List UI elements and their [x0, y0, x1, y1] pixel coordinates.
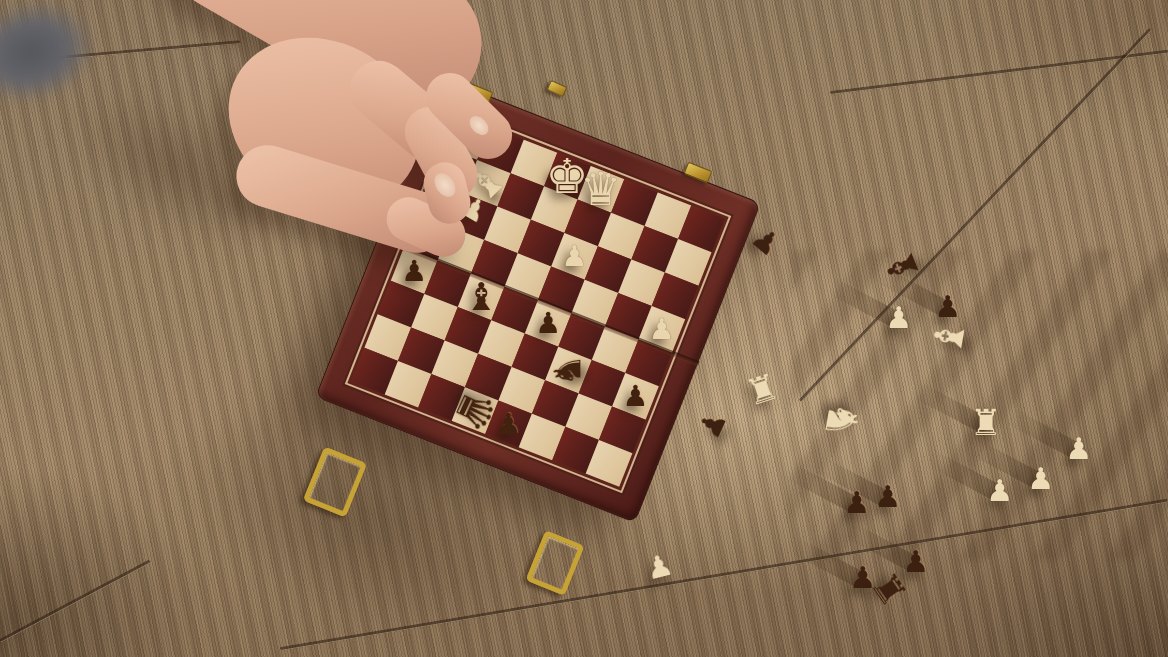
white-queen-e8[interactable]: ♛ — [572, 161, 629, 218]
captured-black-pawn-lying[interactable]: ♟ — [687, 399, 737, 449]
captured-white-knight-lying[interactable]: ♞ — [817, 395, 867, 445]
pawn-glyph: ♟ — [744, 219, 787, 263]
pawn-glyph: ♟ — [875, 479, 902, 514]
queen-glyph: ♛ — [580, 162, 621, 216]
captured-black-bishop-lying[interactable]: ♝ — [877, 242, 927, 292]
bishop-glyph: ♝ — [464, 275, 498, 319]
pawn-glyph: ♟ — [886, 300, 913, 335]
captured-white-pawn-lying[interactable]: ♟ — [634, 541, 684, 591]
pawn-glyph: ♟ — [622, 379, 648, 413]
pawn-glyph: ♟ — [649, 312, 675, 346]
captured-white-pawn[interactable]: ♟ — [975, 465, 1025, 515]
captured-black-rook-lying[interactable]: ♜ — [864, 564, 914, 614]
bishop-glyph: ♝ — [923, 315, 975, 358]
pawn-glyph: ♟ — [496, 407, 522, 441]
pawn-glyph: ♟ — [401, 254, 427, 288]
pawn-glyph: ♟ — [1066, 431, 1093, 466]
captured-white-bishop-lying[interactable]: ♝ — [924, 312, 974, 362]
pawn-glyph: ♟ — [1028, 461, 1055, 496]
pawn-glyph: ♟ — [642, 546, 677, 586]
rook-glyph: ♜ — [970, 402, 1002, 443]
photo-scene: ♚♛♝♟♟♟♟♟♝♟♞♟♛♟ ♟♜♟♟♝♟♟♝♞♜♟♟♟♟♟♟♟♜ — [0, 0, 1168, 657]
captured-black-pawn[interactable]: ♟ — [863, 471, 913, 521]
captured-white-rook-lying[interactable]: ♜ — [737, 364, 787, 414]
rook-glyph: ♜ — [863, 564, 915, 614]
pawn-glyph: ♟ — [535, 306, 561, 340]
captured-black-pawn-lying[interactable]: ♟ — [741, 216, 791, 266]
pawn-glyph: ♟ — [562, 239, 588, 273]
knight-glyph: ♞ — [547, 353, 590, 386]
captured-white-rook[interactable]: ♜ — [961, 397, 1011, 447]
captured-white-pawn[interactable]: ♟ — [874, 292, 924, 342]
pawn-glyph: ♟ — [690, 404, 733, 443]
knight-glyph: ♞ — [815, 397, 870, 443]
rook-glyph: ♜ — [740, 365, 783, 414]
bishop-glyph: ♝ — [874, 242, 930, 292]
pawn-glyph: ♟ — [987, 473, 1014, 508]
